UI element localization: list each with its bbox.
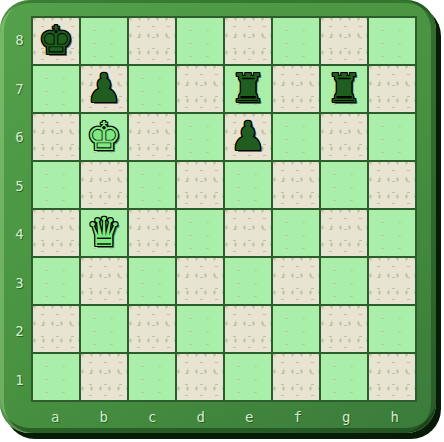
square-c2[interactable] [129, 306, 175, 352]
square-d3[interactable] [177, 258, 223, 304]
square-a8[interactable]: ♚ [33, 18, 79, 64]
square-h1[interactable] [369, 354, 415, 400]
square-d2[interactable] [177, 306, 223, 352]
square-f3[interactable] [273, 258, 319, 304]
rank-label-6: 6 [0, 113, 31, 162]
square-c6[interactable] [129, 114, 175, 160]
square-f2[interactable] [273, 306, 319, 352]
square-h6[interactable] [369, 114, 415, 160]
rank-label-8: 8 [0, 16, 31, 65]
file-label-b: b [80, 404, 129, 430]
rank-label-5: 5 [0, 162, 31, 211]
square-e4[interactable] [225, 210, 271, 256]
square-b6[interactable]: ♚ [81, 114, 127, 160]
square-c7[interactable] [129, 66, 175, 112]
piece-black-king-a8[interactable]: ♚ [38, 20, 74, 60]
square-g5[interactable] [321, 162, 367, 208]
square-e2[interactable] [225, 306, 271, 352]
piece-black-rook-e7[interactable]: ♜ [230, 68, 266, 108]
square-f4[interactable] [273, 210, 319, 256]
square-c4[interactable] [129, 210, 175, 256]
square-f5[interactable] [273, 162, 319, 208]
board-grid: ♚♟♜♜♚♟♛ [31, 16, 417, 402]
square-b4[interactable]: ♛ [81, 210, 127, 256]
rank-label-2: 2 [0, 307, 31, 356]
square-g2[interactable] [321, 306, 367, 352]
file-label-g: g [322, 404, 371, 430]
square-c8[interactable] [129, 18, 175, 64]
square-f6[interactable] [273, 114, 319, 160]
piece-black-pawn-e6[interactable]: ♟ [230, 116, 266, 156]
square-a4[interactable] [33, 210, 79, 256]
square-a5[interactable] [33, 162, 79, 208]
file-label-e: e [225, 404, 274, 430]
square-d1[interactable] [177, 354, 223, 400]
rank-label-4: 4 [0, 210, 31, 259]
square-g1[interactable] [321, 354, 367, 400]
rank-label-7: 7 [0, 65, 31, 114]
square-a6[interactable] [33, 114, 79, 160]
square-a3[interactable] [33, 258, 79, 304]
piece-white-king-b6[interactable]: ♚ [86, 116, 122, 156]
square-f8[interactable] [273, 18, 319, 64]
square-e6[interactable]: ♟ [225, 114, 271, 160]
square-g7[interactable]: ♜ [321, 66, 367, 112]
square-b2[interactable] [81, 306, 127, 352]
square-g3[interactable] [321, 258, 367, 304]
square-e8[interactable] [225, 18, 271, 64]
square-b3[interactable] [81, 258, 127, 304]
square-g8[interactable] [321, 18, 367, 64]
square-c1[interactable] [129, 354, 175, 400]
square-a7[interactable] [33, 66, 79, 112]
square-e5[interactable] [225, 162, 271, 208]
square-b1[interactable] [81, 354, 127, 400]
piece-black-pawn-b7[interactable]: ♟ [86, 68, 122, 108]
file-label-d: d [177, 404, 226, 430]
file-label-f: f [274, 404, 323, 430]
square-f7[interactable] [273, 66, 319, 112]
square-d6[interactable] [177, 114, 223, 160]
square-d5[interactable] [177, 162, 223, 208]
square-h4[interactable] [369, 210, 415, 256]
square-e1[interactable] [225, 354, 271, 400]
square-h2[interactable] [369, 306, 415, 352]
chess-app-window: 87654321 ♚♟♜♜♚♟♛ abcdefgh [0, 0, 444, 442]
square-e3[interactable] [225, 258, 271, 304]
square-h5[interactable] [369, 162, 415, 208]
file-label-a: a [31, 404, 80, 430]
square-h8[interactable] [369, 18, 415, 64]
square-a2[interactable] [33, 306, 79, 352]
rank-labels: 87654321 [0, 16, 31, 404]
square-a1[interactable] [33, 354, 79, 400]
square-c5[interactable] [129, 162, 175, 208]
square-d4[interactable] [177, 210, 223, 256]
square-g4[interactable] [321, 210, 367, 256]
square-b7[interactable]: ♟ [81, 66, 127, 112]
square-d8[interactable] [177, 18, 223, 64]
square-d7[interactable] [177, 66, 223, 112]
square-f1[interactable] [273, 354, 319, 400]
square-e7[interactable]: ♜ [225, 66, 271, 112]
square-b8[interactable] [81, 18, 127, 64]
file-labels: abcdefgh [31, 404, 419, 430]
file-label-c: c [128, 404, 177, 430]
square-g6[interactable] [321, 114, 367, 160]
rank-label-1: 1 [0, 356, 31, 405]
square-c3[interactable] [129, 258, 175, 304]
rank-label-3: 3 [0, 259, 31, 308]
square-b5[interactable] [81, 162, 127, 208]
square-h7[interactable] [369, 66, 415, 112]
piece-black-rook-g7[interactable]: ♜ [326, 68, 362, 108]
square-h3[interactable] [369, 258, 415, 304]
piece-white-queen-b4[interactable]: ♛ [86, 212, 122, 252]
file-label-h: h [371, 404, 420, 430]
